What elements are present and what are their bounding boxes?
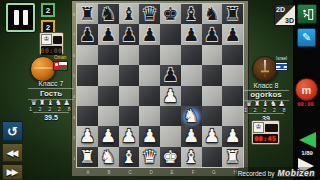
square-f5[interactable] [181,65,202,85]
square-h3[interactable] [222,106,243,126]
white-class-label: Класс 7 [28,80,74,89]
piece-wr-h1[interactable]: ♜ [225,148,241,166]
edit-button[interactable]: ✎ [297,28,316,47]
piece-bp-e5[interactable]: ♟ [162,66,178,84]
file-label-E: E [168,170,176,175]
watermark-prefix: Recorded by [238,170,275,177]
piece-wp-a2[interactable]: ♟ [79,127,95,145]
square-g1[interactable] [202,147,223,167]
rotate-board-button[interactable]: ↺ [2,121,23,141]
piece-wp-e4[interactable]: ♟ [162,87,178,105]
square-c6[interactable] [119,45,140,65]
rank-label-8: 8 [72,12,76,17]
piece-bq-d8[interactable]: ♛ [142,5,158,23]
square-c8[interactable]: ♝ [119,4,140,24]
square-a2[interactable]: ♟ [77,126,98,146]
square-c2[interactable]: ♟ [119,126,140,146]
move-counter: 1/89 [294,150,320,156]
square-h2[interactable]: ♟ [222,126,243,146]
square-d3[interactable] [139,106,160,126]
piece-wk-e1[interactable]: ♚ [162,148,178,166]
pencil-icon: ✎ [302,31,311,44]
piece-bk-e8[interactable]: ♚ [162,5,178,23]
square-f2[interactable]: ♟ [181,126,202,146]
square-c1[interactable]: ♝ [119,147,140,167]
rewind-button[interactable]: ◀◀ [2,143,23,162]
previous-move-button[interactable] [299,132,316,148]
pause-icon [23,10,28,25]
square-d7[interactable]: ♟ [139,24,160,44]
star-of-david-icon [280,65,284,68]
sword-icon [257,59,273,79]
black-country-label: Israel [276,57,287,62]
piece-br-h8[interactable]: ♜ [225,5,241,23]
file-label-F: F [189,170,197,175]
rank-label-3: 3 [72,115,76,120]
exit-runner-icon [301,8,314,21]
piece-wb-f1[interactable]: ♝ [183,148,199,166]
rank-label-2: 2 [72,135,76,140]
chess-board: ♜♞♝♛♚♝♞♜♟♟♟♟♟♟♟♟♟♞♟♟♟♟♟♟♟♜♞♝♛♚♝♜ ABCDEFG… [71,0,249,177]
rank-label-7: 7 [72,32,76,37]
square-b7[interactable]: ♟ [98,24,119,44]
recorded-by-watermark: Recorded by Mobizen [235,167,318,179]
app-screen: ♜♞♝♛♚♝♞♜♟♟♟♟♟♟♟♟♟♞♟♟♟♟♟♟♟♜♞♝♛♚♝♜ ABCDEFG… [0,0,320,180]
piece-wn-b1[interactable]: ♞ [100,148,116,166]
file-label-B: B [105,170,113,175]
square-a4[interactable] [77,86,98,106]
view-2d3d-toggle[interactable]: 2D 3D [274,4,296,26]
recording-time: 00:00 [293,101,318,107]
square-f6[interactable] [181,45,202,65]
square-a8[interactable]: ♜ [77,4,98,24]
square-a5[interactable] [77,65,98,85]
square-g7[interactable]: ♟ [202,24,223,44]
file-label-C: C [126,170,134,175]
square-a3[interactable] [77,106,98,126]
clock-mini-display [265,124,278,132]
piece-wn-f3[interactable]: ♞ [183,107,199,125]
white-country-label: Oman [54,56,66,61]
square-f1[interactable]: ♝ [181,147,202,167]
square-f4[interactable] [181,86,202,106]
square-g8[interactable]: ♞ [202,4,223,24]
file-label-A: A [84,170,92,175]
square-e7[interactable] [160,24,181,44]
white-clock-time: 00:00 [41,46,62,55]
israel-flag [275,62,288,71]
piece-bb-f8[interactable]: ♝ [183,5,199,23]
square-d5[interactable] [139,65,160,85]
clock-king-icon: ♔ [41,34,52,45]
white-clock: ♔ 00:00 [39,32,64,55]
piece-bp-h7[interactable]: ♟ [225,26,241,44]
piece-wp-g2[interactable]: ♟ [204,127,220,145]
square-f3[interactable]: ♞ [181,106,202,126]
badge-green-counter[interactable]: 2 [41,3,55,17]
clock-king-icon: ♔ [253,122,264,133]
rank-label-5: 5 [72,73,76,78]
square-h5[interactable] [222,65,243,85]
square-e8[interactable]: ♚ [160,4,181,24]
square-h8[interactable]: ♜ [222,4,243,24]
piece-bp-d7[interactable]: ♟ [142,26,158,44]
square-b5[interactable] [98,65,119,85]
label-3d: 3D [285,17,294,24]
mobizen-recorder-button[interactable]: m [295,78,318,101]
piece-wr-a1[interactable]: ♜ [79,148,95,166]
square-c3[interactable] [119,106,140,126]
pause-button[interactable] [6,3,35,32]
square-e2[interactable] [160,126,181,146]
piece-wp-c2[interactable]: ♟ [121,127,137,145]
square-g4[interactable] [202,86,223,106]
mobizen-logo: Mobizen [278,168,316,178]
piece-bn-g8[interactable]: ♞ [204,5,220,23]
square-c4[interactable] [119,86,140,106]
piece-bp-c7[interactable]: ♟ [121,26,137,44]
fast-forward-button[interactable]: ▶▶ [2,164,23,180]
square-h4[interactable] [222,86,243,106]
square-h6[interactable] [222,45,243,65]
square-a1[interactable]: ♜ [77,147,98,167]
square-e4[interactable]: ♟ [160,86,181,106]
white-score: 39.5 [33,112,69,121]
piece-bn-b8[interactable]: ♞ [100,5,116,23]
square-f7[interactable]: ♟ [181,24,202,44]
square-d8[interactable]: ♛ [139,4,160,24]
square-b2[interactable]: ♟ [98,126,119,146]
piece-bp-g7[interactable]: ♟ [204,26,220,44]
black-clock-time: 00:45 [253,134,278,143]
piece-wp-f2[interactable]: ♟ [183,127,199,145]
piece-br-a8[interactable]: ♜ [79,5,95,23]
square-b8[interactable]: ♞ [98,4,119,24]
square-a6[interactable] [77,45,98,65]
square-g2[interactable]: ♟ [202,126,223,146]
square-h1[interactable]: ♜ [222,147,243,167]
square-e5[interactable]: ♟ [160,65,181,85]
square-e1[interactable]: ♚ [160,147,181,167]
square-b1[interactable]: ♞ [98,147,119,167]
square-g3[interactable] [202,106,223,126]
rank-label-6: 6 [72,53,76,58]
file-label-G: G [210,170,218,175]
square-e3[interactable] [160,106,181,126]
board-grid: ♜♞♝♛♚♝♞♜♟♟♟♟♟♟♟♟♟♞♟♟♟♟♟♟♟♜♞♝♛♚♝♜ [76,3,244,168]
square-b6[interactable] [98,45,119,65]
rewind-icon: ◀◀ [7,148,19,158]
piece-bp-a7[interactable]: ♟ [79,26,95,44]
oman-flag [53,61,68,71]
square-a7[interactable]: ♟ [77,24,98,44]
square-b3[interactable] [98,106,119,126]
fast-forward-icon: ▶▶ [7,167,19,177]
pause-icon [14,10,19,25]
square-h7[interactable]: ♟ [222,24,243,44]
piece-bp-b7[interactable]: ♟ [100,26,116,44]
piece-wb-c1[interactable]: ♝ [121,148,137,166]
square-d2[interactable]: ♟ [139,126,160,146]
square-c7[interactable]: ♟ [119,24,140,44]
piece-wp-h2[interactable]: ♟ [225,127,241,145]
clock-mini-display [53,36,62,44]
square-d4[interactable] [139,86,160,106]
rank-label-1: 1 [72,156,76,161]
piece-wp-d2[interactable]: ♟ [142,127,158,145]
square-g5[interactable] [202,65,223,85]
square-e6[interactable] [160,45,181,65]
black-clock: ♔ 00:45 [251,120,280,145]
square-d6[interactable] [139,45,160,65]
piece-bb-c8[interactable]: ♝ [121,5,137,23]
piece-bp-f7[interactable]: ♟ [183,26,199,44]
label-2d: 2D [276,6,285,13]
file-label-D: D [147,170,155,175]
piece-wq-d1[interactable]: ♛ [142,148,158,166]
square-c5[interactable] [119,65,140,85]
square-d1[interactable]: ♛ [139,147,160,167]
square-f8[interactable]: ♝ [181,4,202,24]
square-g6[interactable] [202,45,223,65]
exit-game-button[interactable] [297,4,317,24]
square-b4[interactable] [98,86,119,106]
piece-wp-b2[interactable]: ♟ [100,127,116,145]
